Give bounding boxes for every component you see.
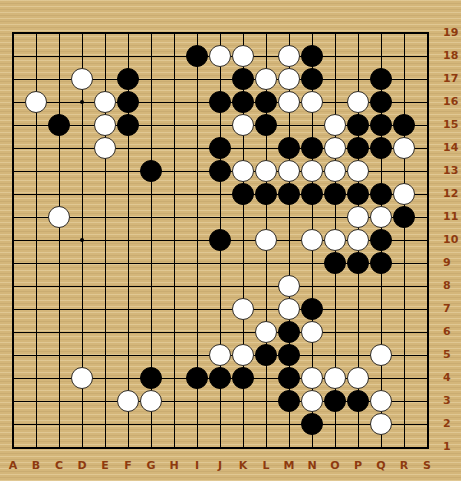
stone-black-K16[interactable] <box>232 91 254 113</box>
stone-white-E16[interactable] <box>94 91 116 113</box>
stone-white-E15[interactable] <box>94 114 116 136</box>
column-label-C: C <box>50 459 68 472</box>
stone-white-N13[interactable] <box>301 160 323 182</box>
column-label-S: S <box>418 459 436 472</box>
stone-black-P12[interactable] <box>347 183 369 205</box>
row-label-12: 12 <box>443 187 461 200</box>
stone-white-L13[interactable] <box>255 160 277 182</box>
stone-black-Q16[interactable] <box>370 91 392 113</box>
column-label-D: D <box>73 459 91 472</box>
row-label-8: 8 <box>443 279 461 292</box>
stone-white-P11[interactable] <box>347 206 369 228</box>
stone-black-O9[interactable] <box>324 252 346 274</box>
column-label-F: F <box>119 459 137 472</box>
row-label-6: 6 <box>443 325 461 338</box>
stone-white-O10[interactable] <box>324 229 346 251</box>
stone-white-D4[interactable] <box>71 367 93 389</box>
row-label-13: 13 <box>443 164 461 177</box>
row-label-9: 9 <box>443 256 461 269</box>
stone-white-P13[interactable] <box>347 160 369 182</box>
stone-white-B16[interactable] <box>25 91 47 113</box>
stone-white-K5[interactable] <box>232 344 254 366</box>
stone-white-N10[interactable] <box>301 229 323 251</box>
stone-black-R11[interactable] <box>393 206 415 228</box>
stone-white-Q2[interactable] <box>370 413 392 435</box>
stone-white-D17[interactable] <box>71 68 93 90</box>
stone-black-F16[interactable] <box>117 91 139 113</box>
stone-white-F3[interactable] <box>117 390 139 412</box>
go-board[interactable]: ABCDEFGHIJKLMNOPQRS191817161514131211109… <box>0 0 461 481</box>
stone-black-M14[interactable] <box>278 137 300 159</box>
stone-white-L17[interactable] <box>255 68 277 90</box>
column-label-R: R <box>395 459 413 472</box>
stone-white-Q5[interactable] <box>370 344 392 366</box>
stone-black-N17[interactable] <box>301 68 323 90</box>
stone-black-N14[interactable] <box>301 137 323 159</box>
stone-black-L5[interactable] <box>255 344 277 366</box>
row-label-4: 4 <box>443 371 461 384</box>
stone-black-J16[interactable] <box>209 91 231 113</box>
row-label-10: 10 <box>443 233 461 246</box>
stone-white-O13[interactable] <box>324 160 346 182</box>
stone-white-R14[interactable] <box>393 137 415 159</box>
stone-black-L12[interactable] <box>255 183 277 205</box>
stone-black-M5[interactable] <box>278 344 300 366</box>
row-label-1: 1 <box>443 440 461 453</box>
stone-black-J14[interactable] <box>209 137 231 159</box>
stone-white-M16[interactable] <box>278 91 300 113</box>
row-label-2: 2 <box>443 417 461 430</box>
stone-black-J4[interactable] <box>209 367 231 389</box>
column-label-K: K <box>234 459 252 472</box>
stone-white-P10[interactable] <box>347 229 369 251</box>
column-label-N: N <box>303 459 321 472</box>
stone-black-P15[interactable] <box>347 114 369 136</box>
row-label-11: 11 <box>443 210 461 223</box>
stone-black-Q17[interactable] <box>370 68 392 90</box>
stone-white-Q3[interactable] <box>370 390 392 412</box>
stone-black-Q15[interactable] <box>370 114 392 136</box>
stone-white-O15[interactable] <box>324 114 346 136</box>
stone-white-R12[interactable] <box>393 183 415 205</box>
stone-white-K13[interactable] <box>232 160 254 182</box>
stone-white-M17[interactable] <box>278 68 300 90</box>
column-label-G: G <box>142 459 160 472</box>
stone-black-P14[interactable] <box>347 137 369 159</box>
column-label-J: J <box>211 459 229 472</box>
stone-black-M3[interactable] <box>278 390 300 412</box>
stone-black-F15[interactable] <box>117 114 139 136</box>
stone-black-O12[interactable] <box>324 183 346 205</box>
stone-black-K4[interactable] <box>232 367 254 389</box>
stone-white-O4[interactable] <box>324 367 346 389</box>
go-board-screen: ABCDEFGHIJKLMNOPQRS191817161514131211109… <box>0 0 461 481</box>
row-label-19: 19 <box>443 26 461 39</box>
row-label-17: 17 <box>443 72 461 85</box>
stone-white-O14[interactable] <box>324 137 346 159</box>
column-label-I: I <box>188 459 206 472</box>
stone-white-P4[interactable] <box>347 367 369 389</box>
row-label-7: 7 <box>443 302 461 315</box>
stone-black-G4[interactable] <box>140 367 162 389</box>
stone-white-J18[interactable] <box>209 45 231 67</box>
stone-white-N6[interactable] <box>301 321 323 343</box>
stone-white-K18[interactable] <box>232 45 254 67</box>
row-label-15: 15 <box>443 118 461 131</box>
stone-white-E14[interactable] <box>94 137 116 159</box>
stone-black-K12[interactable] <box>232 183 254 205</box>
stone-black-N7[interactable] <box>301 298 323 320</box>
stone-black-Q12[interactable] <box>370 183 392 205</box>
stone-white-K7[interactable] <box>232 298 254 320</box>
stone-black-M6[interactable] <box>278 321 300 343</box>
stone-black-Q9[interactable] <box>370 252 392 274</box>
stone-black-P9[interactable] <box>347 252 369 274</box>
stone-black-N12[interactable] <box>301 183 323 205</box>
stone-black-L16[interactable] <box>255 91 277 113</box>
stone-white-M8[interactable] <box>278 275 300 297</box>
row-label-3: 3 <box>443 394 461 407</box>
stone-white-M13[interactable] <box>278 160 300 182</box>
stone-black-I4[interactable] <box>186 367 208 389</box>
column-label-B: B <box>27 459 45 472</box>
column-label-M: M <box>280 459 298 472</box>
stone-white-N3[interactable] <box>301 390 323 412</box>
stone-black-I18[interactable] <box>186 45 208 67</box>
stone-white-C11[interactable] <box>48 206 70 228</box>
stone-white-L10[interactable] <box>255 229 277 251</box>
stone-black-M12[interactable] <box>278 183 300 205</box>
stone-black-Q10[interactable] <box>370 229 392 251</box>
stone-white-N4[interactable] <box>301 367 323 389</box>
stone-white-K15[interactable] <box>232 114 254 136</box>
stone-black-J13[interactable] <box>209 160 231 182</box>
stone-white-M18[interactable] <box>278 45 300 67</box>
stone-black-M4[interactable] <box>278 367 300 389</box>
star-point-D16 <box>80 100 84 104</box>
stone-black-N2[interactable] <box>301 413 323 435</box>
column-label-P: P <box>349 459 367 472</box>
stone-black-O3[interactable] <box>324 390 346 412</box>
column-label-H: H <box>165 459 183 472</box>
stone-white-M7[interactable] <box>278 298 300 320</box>
stone-black-J10[interactable] <box>209 229 231 251</box>
column-label-Q: Q <box>372 459 390 472</box>
column-label-L: L <box>257 459 275 472</box>
stone-black-K17[interactable] <box>232 68 254 90</box>
stone-white-J5[interactable] <box>209 344 231 366</box>
row-label-16: 16 <box>443 95 461 108</box>
row-label-18: 18 <box>443 49 461 62</box>
column-label-A: A <box>4 459 22 472</box>
stone-black-P3[interactable] <box>347 390 369 412</box>
stone-white-N16[interactable] <box>301 91 323 113</box>
stone-white-G3[interactable] <box>140 390 162 412</box>
row-label-14: 14 <box>443 141 461 154</box>
row-label-5: 5 <box>443 348 461 361</box>
stone-black-R15[interactable] <box>393 114 415 136</box>
stone-black-G13[interactable] <box>140 160 162 182</box>
stone-black-N18[interactable] <box>301 45 323 67</box>
column-label-O: O <box>326 459 344 472</box>
stone-black-Q14[interactable] <box>370 137 392 159</box>
stone-black-C15[interactable] <box>48 114 70 136</box>
stone-white-L6[interactable] <box>255 321 277 343</box>
stone-white-P16[interactable] <box>347 91 369 113</box>
star-point-D10 <box>80 238 84 242</box>
stone-black-L15[interactable] <box>255 114 277 136</box>
column-label-E: E <box>96 459 114 472</box>
stone-white-Q11[interactable] <box>370 206 392 228</box>
stone-black-F17[interactable] <box>117 68 139 90</box>
